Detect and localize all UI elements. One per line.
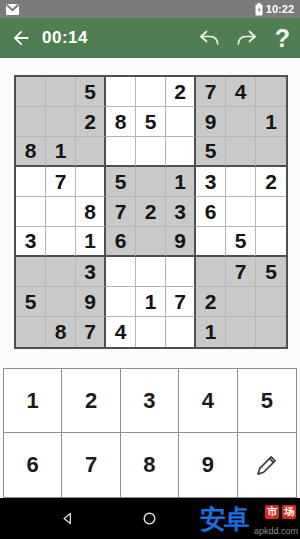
watermark-badge-2: 场	[282, 505, 296, 519]
cell-r8c4[interactable]	[106, 287, 136, 317]
cell-r1c3[interactable]: 5	[76, 77, 106, 107]
cell-r1c2[interactable]	[46, 77, 76, 107]
watermark-brand-text: 安卓	[200, 502, 248, 536]
cell-r1c1[interactable]	[16, 77, 46, 107]
cell-r7c2[interactable]	[46, 257, 76, 287]
numpad-pencil-button[interactable]	[238, 433, 296, 497]
cell-r5c3[interactable]: 8	[76, 197, 106, 227]
back-button[interactable]	[10, 27, 32, 49]
cell-r4c4[interactable]: 5	[106, 167, 136, 197]
cell-r2c4[interactable]: 8	[106, 107, 136, 137]
cell-r8c5[interactable]: 1	[136, 287, 166, 317]
cell-r4c9[interactable]: 2	[256, 167, 286, 197]
watermark-domain: apkdd.com	[254, 526, 298, 536]
cell-r6c8[interactable]: 5	[226, 227, 256, 257]
cell-r3c6[interactable]	[166, 137, 196, 167]
cell-r7c6[interactable]	[166, 257, 196, 287]
cell-r6c4[interactable]: 6	[106, 227, 136, 257]
cell-r5c9[interactable]	[256, 197, 286, 227]
pencil-icon	[253, 451, 281, 479]
cell-r8c7[interactable]: 2	[196, 287, 226, 317]
cell-r1c6[interactable]: 2	[166, 77, 196, 107]
numpad: 123456789	[3, 368, 297, 498]
numpad-key-6[interactable]: 6	[4, 433, 62, 497]
watermark: 安卓 市 场 apkdd.com	[198, 499, 298, 538]
cell-r2c1[interactable]	[16, 107, 46, 137]
game-timer: 00:14	[42, 28, 88, 48]
battery-charging-icon	[255, 3, 263, 16]
cell-r2c7[interactable]: 9	[196, 107, 226, 137]
help-button[interactable]: ?	[275, 18, 290, 58]
cell-r6c1[interactable]: 3	[16, 227, 46, 257]
cell-r4c6[interactable]: 1	[166, 167, 196, 197]
android-nav-bar: 安卓 市 场 apkdd.com	[0, 498, 300, 539]
cell-r3c8[interactable]	[226, 137, 256, 167]
numpad-key-7[interactable]: 7	[62, 433, 120, 497]
cell-r6c5[interactable]	[136, 227, 166, 257]
cell-r8c9[interactable]	[256, 287, 286, 317]
cell-r2c3[interactable]: 2	[76, 107, 106, 137]
cell-r6c3[interactable]: 1	[76, 227, 106, 257]
cell-r9c3[interactable]: 7	[76, 317, 106, 347]
numpad-key-1[interactable]: 1	[4, 369, 62, 433]
cell-r3c9[interactable]	[256, 137, 286, 167]
cell-r8c6[interactable]: 7	[166, 287, 196, 317]
cell-r7c4[interactable]	[106, 257, 136, 287]
triangle-left-icon[interactable]	[60, 511, 75, 526]
circle-icon[interactable]	[142, 511, 157, 526]
cell-r8c3[interactable]: 9	[76, 287, 106, 317]
gmail-envelope-icon	[6, 4, 19, 15]
cell-r3c4[interactable]	[106, 137, 136, 167]
numpad-key-4[interactable]: 4	[179, 369, 237, 433]
cell-r9c4[interactable]: 4	[106, 317, 136, 347]
numpad-key-3[interactable]: 3	[121, 369, 179, 433]
watermark-badges: 市 场	[265, 505, 296, 519]
cell-r5c8[interactable]	[226, 197, 256, 227]
cell-r6c9[interactable]	[256, 227, 286, 257]
cell-r8c2[interactable]	[46, 287, 76, 317]
status-clock: 10:22	[266, 3, 294, 15]
cell-r9c6[interactable]	[166, 317, 196, 347]
cell-r8c1[interactable]: 5	[16, 287, 46, 317]
main-content: 527428591815751328723631695375591728741 …	[0, 58, 300, 498]
cell-r7c1[interactable]	[16, 257, 46, 287]
cell-r9c1[interactable]	[16, 317, 46, 347]
cell-r3c1[interactable]: 8	[16, 137, 46, 167]
cell-r9c9[interactable]	[256, 317, 286, 347]
cell-r2c6[interactable]	[166, 107, 196, 137]
status-bar: 10:22	[0, 0, 300, 18]
cell-r9c8[interactable]	[226, 317, 256, 347]
cell-r4c5[interactable]	[136, 167, 166, 197]
cell-r5c7[interactable]: 6	[196, 197, 226, 227]
cell-r5c1[interactable]	[16, 197, 46, 227]
cell-r9c5[interactable]	[136, 317, 166, 347]
cell-r2c2[interactable]	[46, 107, 76, 137]
numpad-key-8[interactable]: 8	[121, 433, 179, 497]
sudoku-board: 527428591815751328723631695375591728741	[14, 75, 288, 349]
cell-r1c8[interactable]: 4	[226, 77, 256, 107]
cell-r7c3[interactable]: 3	[76, 257, 106, 287]
cell-r1c4[interactable]	[106, 77, 136, 107]
cell-r4c2[interactable]: 7	[46, 167, 76, 197]
cell-r3c5[interactable]	[136, 137, 166, 167]
cell-r4c8[interactable]	[226, 167, 256, 197]
cell-r3c3[interactable]	[76, 137, 106, 167]
redo-button[interactable]	[235, 28, 259, 48]
numpad-key-9[interactable]: 9	[179, 433, 237, 497]
toolbar: 00:14 ?	[0, 18, 300, 58]
cell-r2c5[interactable]: 5	[136, 107, 166, 137]
cell-r3c7[interactable]: 5	[196, 137, 226, 167]
cell-r7c9[interactable]: 5	[256, 257, 286, 287]
cell-r5c2[interactable]	[46, 197, 76, 227]
cell-r8c8[interactable]	[226, 287, 256, 317]
cell-r2c9[interactable]: 1	[256, 107, 286, 137]
cell-r4c7[interactable]: 3	[196, 167, 226, 197]
numpad-key-5[interactable]: 5	[238, 369, 296, 433]
cell-r5c5[interactable]: 2	[136, 197, 166, 227]
cell-r4c1[interactable]	[16, 167, 46, 197]
cell-r6c6[interactable]: 9	[166, 227, 196, 257]
cell-r1c7[interactable]: 7	[196, 77, 226, 107]
undo-button[interactable]	[197, 28, 221, 48]
cell-r1c5[interactable]	[136, 77, 166, 107]
cell-r2c8[interactable]	[226, 107, 256, 137]
cell-r9c2[interactable]: 8	[46, 317, 76, 347]
cell-r5c4[interactable]: 7	[106, 197, 136, 227]
cell-r9c7[interactable]: 1	[196, 317, 226, 347]
cell-r3c2[interactable]: 1	[46, 137, 76, 167]
watermark-badge-1: 市	[265, 505, 279, 519]
numpad-key-2[interactable]: 2	[62, 369, 120, 433]
cell-r7c7[interactable]	[196, 257, 226, 287]
cell-r6c2[interactable]	[46, 227, 76, 257]
cell-r6c7[interactable]	[196, 227, 226, 257]
cell-r7c5[interactable]	[136, 257, 166, 287]
cell-r5c6[interactable]: 3	[166, 197, 196, 227]
cell-r4c3[interactable]	[76, 167, 106, 197]
cell-r7c8[interactable]: 7	[226, 257, 256, 287]
cell-r1c9[interactable]	[256, 77, 286, 107]
